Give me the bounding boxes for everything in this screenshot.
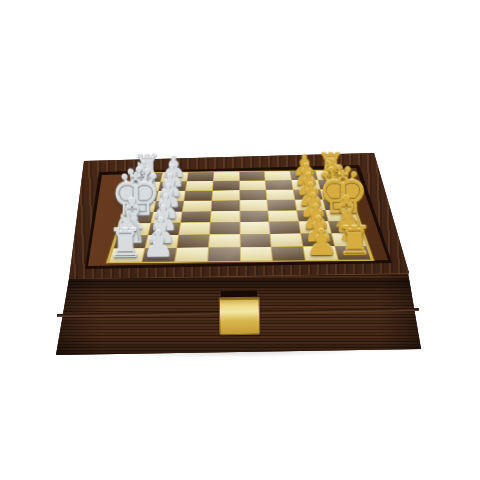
piece-white-pawn[interactable]: ♟ [142, 227, 175, 261]
square-f6[interactable] [270, 222, 301, 234]
square-b5[interactable] [240, 181, 266, 190]
square-e3[interactable] [181, 211, 211, 222]
square-d4[interactable] [211, 200, 239, 211]
square-c5[interactable] [240, 190, 267, 200]
board-perspective-wrap: ♜♟♟♜♞♟♟♞♝♟♟♝♛♟♟♛♚♟♟♚♝♟♟♝♞♟♟♞♜♟♟♜ [106, 170, 374, 263]
chess-set-photo: ♜♟♟♜♞♟♟♞♝♟♟♝♛♟♟♛♚♟♟♚♝♟♟♝♞♟♟♞♜♟♟♜ [0, 0, 480, 480]
square-f5[interactable] [240, 222, 270, 234]
square-d5[interactable] [240, 200, 268, 211]
square-a3[interactable] [187, 172, 213, 181]
square-g3[interactable] [177, 235, 209, 248]
square-b3[interactable] [186, 181, 213, 190]
square-h1[interactable]: ♜ [109, 248, 144, 262]
clasp-lock [219, 297, 261, 336]
piece-black-rook[interactable]: ♜ [336, 222, 372, 260]
square-g4[interactable] [209, 234, 240, 247]
square-g5[interactable] [240, 234, 271, 247]
square-e5[interactable] [240, 211, 269, 222]
square-a5[interactable] [239, 172, 265, 181]
square-h2[interactable]: ♟ [142, 248, 176, 262]
square-h7[interactable]: ♟ [304, 246, 338, 260]
square-b4[interactable] [213, 181, 239, 190]
piece-black-pawn[interactable]: ♟ [305, 226, 338, 260]
square-f4[interactable] [210, 222, 240, 234]
square-c3[interactable] [184, 191, 212, 201]
square-d3[interactable] [183, 201, 212, 212]
piece-white-rook[interactable]: ♜ [107, 224, 143, 262]
square-h4[interactable] [208, 247, 240, 261]
square-e4[interactable] [210, 211, 239, 222]
square-c4[interactable] [212, 190, 239, 200]
square-h6[interactable] [272, 247, 305, 261]
square-b6[interactable] [266, 180, 293, 189]
square-d6[interactable] [268, 200, 297, 211]
square-f3[interactable] [179, 223, 210, 235]
square-c6[interactable] [267, 190, 295, 200]
chess-board: ♜♟♟♜♞♟♟♞♝♟♟♝♛♟♟♛♚♟♟♚♝♟♟♝♞♟♟♞♜♟♟♜ [106, 170, 374, 263]
square-h5[interactable] [240, 247, 272, 261]
square-g6[interactable] [271, 234, 303, 247]
square-a6[interactable] [265, 171, 291, 180]
square-h3[interactable] [175, 248, 208, 262]
square-h8[interactable]: ♜ [335, 246, 370, 260]
square-a4[interactable] [213, 172, 238, 181]
square-e6[interactable] [269, 210, 299, 221]
